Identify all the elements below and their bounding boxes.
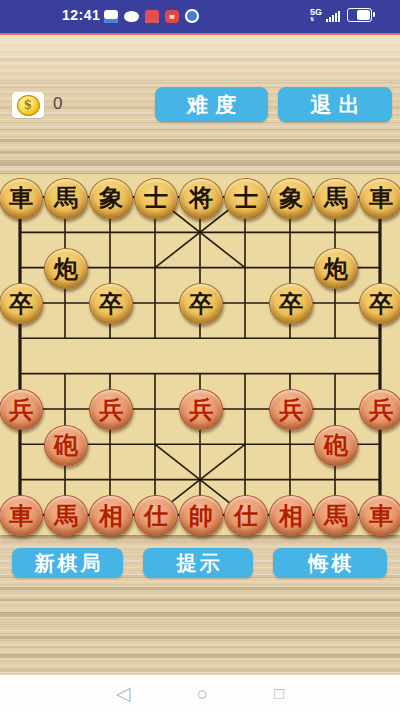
- piece-black-n-1-0[interactable]: 馬: [44, 178, 88, 219]
- phone-screen: 12:41 ≋ 5G⇅ $ 0 难度 退出: [0, 0, 400, 711]
- status-right: 5G⇅: [310, 8, 372, 22]
- exit-button[interactable]: 退出: [278, 87, 392, 122]
- piece-black-n-7-0[interactable]: 馬: [314, 178, 358, 219]
- notification-icons: ≋: [104, 9, 199, 23]
- status-bar: 12:41 ≋ 5G⇅: [0, 0, 400, 33]
- piece-black-c-7-2[interactable]: 炮: [314, 248, 358, 289]
- red-badge-icon: [145, 10, 159, 23]
- android-nav-bar: ◁ ○ □: [0, 675, 400, 711]
- piece-black-r-8-0[interactable]: 車: [359, 178, 400, 219]
- home-icon[interactable]: ○: [196, 684, 207, 703]
- coin-icon: $: [17, 95, 40, 116]
- piece-black-p-8-3[interactable]: 卒: [359, 283, 400, 324]
- browser-icon: [185, 9, 199, 23]
- clock: 12:41: [62, 7, 100, 23]
- recents-icon[interactable]: □: [274, 684, 284, 703]
- network-indicator: 5G⇅: [310, 8, 322, 22]
- hint-button[interactable]: 提示: [143, 548, 253, 578]
- coin-box: $: [12, 92, 44, 118]
- piece-red-r-8-9[interactable]: 車: [359, 495, 400, 536]
- piece-black-b-2-0[interactable]: 象: [89, 178, 133, 219]
- piece-red-c-7-7[interactable]: 砲: [314, 425, 358, 466]
- piece-red-c-1-7[interactable]: 砲: [44, 425, 88, 466]
- piece-black-a-5-0[interactable]: 士: [224, 178, 268, 219]
- piece-black-r-0-0[interactable]: 車: [0, 178, 43, 219]
- piece-black-k-4-0[interactable]: 将: [179, 178, 223, 219]
- piece-black-b-6-0[interactable]: 象: [269, 178, 313, 219]
- undo-button[interactable]: 悔棋: [273, 548, 387, 578]
- signal-bars-icon: [326, 11, 340, 22]
- chat-bubble-icon: [124, 11, 139, 22]
- coin-count: 0: [53, 94, 62, 114]
- back-icon[interactable]: ◁: [116, 684, 131, 703]
- battery-icon: [347, 8, 372, 22]
- piece-black-c-1-2[interactable]: 炮: [44, 248, 88, 289]
- piece-black-a-3-0[interactable]: 士: [134, 178, 178, 219]
- difficulty-button[interactable]: 难度: [155, 87, 268, 122]
- piece-red-p-8-6[interactable]: 兵: [359, 389, 400, 430]
- new-game-button[interactable]: 新棋局: [12, 548, 123, 578]
- xiangqi-board[interactable]: 車馬象士将士象馬車炮炮卒卒卒卒卒兵兵兵兵兵砲砲車馬相仕帥仕相馬車: [0, 173, 400, 535]
- red-app-icon: ≋: [165, 10, 179, 23]
- message-icon: [104, 10, 118, 23]
